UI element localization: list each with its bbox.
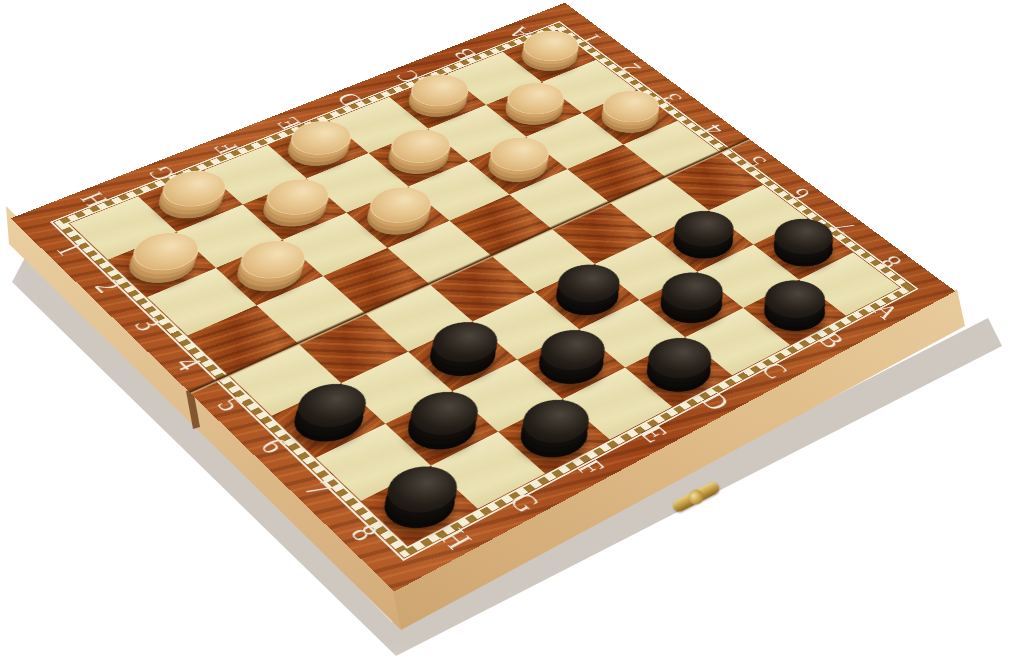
coord-number-near-1: 1 (51, 239, 88, 258)
coord-letter-near-G: G (504, 488, 546, 516)
coord-number-near-3: 3 (129, 314, 167, 335)
coord-number-far-2: 2 (616, 61, 646, 76)
coord-letter-near-D: D (696, 389, 735, 414)
coord-number-near-2: 2 (90, 276, 127, 296)
coord-letter-far-F: F (209, 139, 244, 157)
play-area (70, 30, 900, 545)
coord-letter-near-F: F (572, 455, 610, 479)
coord-number-near-7: 7 (299, 477, 338, 501)
coord-letter-far-B: B (448, 46, 482, 63)
coord-letter-near-E: E (635, 422, 673, 446)
coord-number-near-6: 6 (255, 434, 294, 457)
coord-number-far-4: 4 (698, 122, 729, 138)
coord-number-near-8: 8 (345, 520, 384, 545)
coord-number-far-3: 3 (656, 91, 686, 107)
coord-letter-near-H: H (435, 524, 478, 553)
coord-number-near-5: 5 (212, 393, 250, 415)
coord-number-far-5: 5 (740, 153, 771, 170)
coord-number-far-6: 6 (784, 186, 815, 203)
checkers-board: 11AA22BB33CC44DD55EE66FF77GG88HH (11, 3, 956, 592)
coord-number-far-8: 8 (875, 253, 906, 271)
photo-scene: 11AA22BB33CC44DD55EE66FF77GG88HH (0, 0, 1024, 668)
coord-number-far-7: 7 (829, 219, 860, 237)
coord-number-near-4: 4 (170, 353, 208, 374)
coord-letter-near-A: A (868, 300, 905, 323)
coord-number-far-1: 1 (576, 31, 606, 46)
coord-letter-near-C: C (756, 359, 793, 382)
coord-letter-near-B: B (813, 329, 849, 352)
